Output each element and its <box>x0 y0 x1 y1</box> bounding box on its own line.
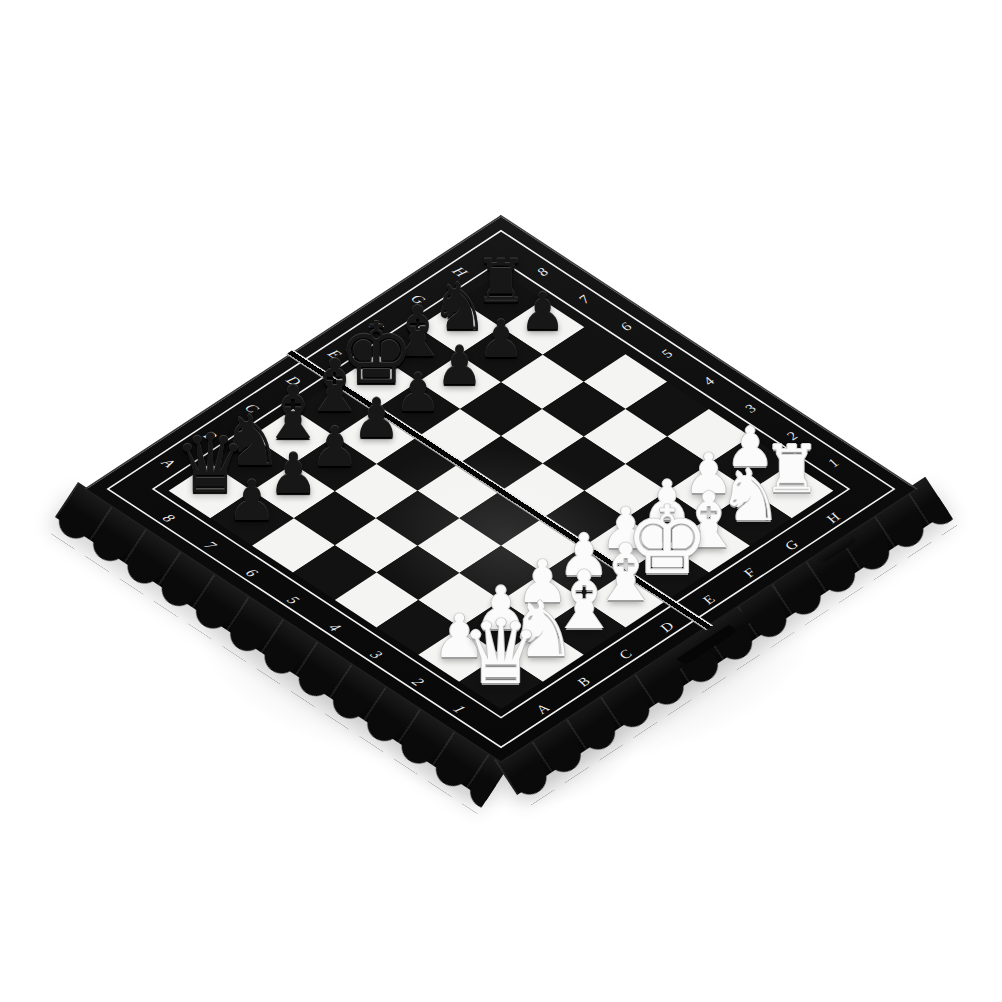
product-photo-scene: 87654321 87654321 HGFEDCBA HGFEDCBA ♜♞♟♝… <box>0 0 1002 1002</box>
